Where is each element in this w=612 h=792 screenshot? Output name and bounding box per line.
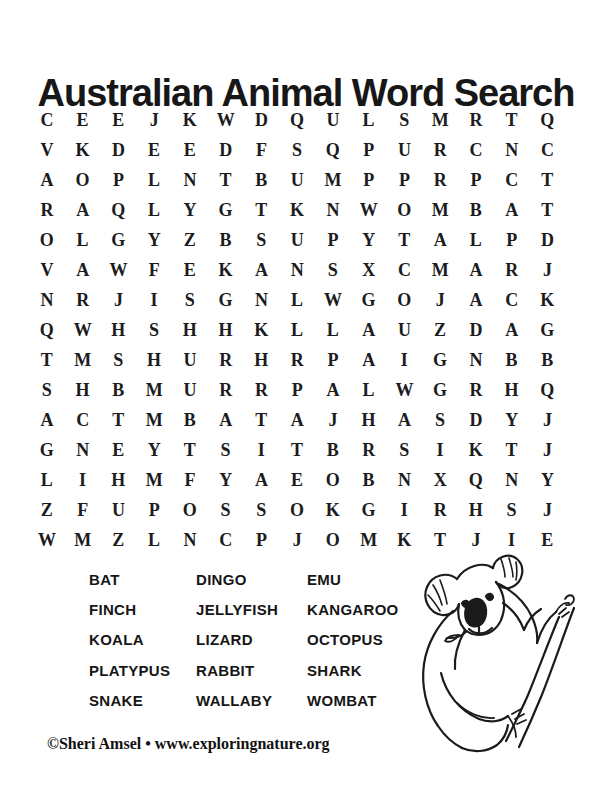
grid-cell-r10c15[interactable]: Q — [530, 375, 566, 405]
grid-cell-r13c14[interactable]: N — [494, 465, 530, 495]
grid-cell-r8c1[interactable]: Q — [29, 315, 65, 345]
grid-cell-r3c7[interactable]: B — [244, 165, 280, 195]
grid-cell-r8c14[interactable]: A — [494, 315, 530, 345]
grid-cell-r13c1[interactable]: L — [29, 465, 65, 495]
grid-cell-r1c6[interactable]: W — [208, 105, 244, 135]
grid-cell-r11c13[interactable]: D — [458, 405, 494, 435]
word-dingo: DINGO — [196, 564, 307, 594]
grid-cell-r14c5[interactable]: O — [172, 495, 208, 525]
grid-cell-r7c4[interactable]: I — [136, 285, 172, 315]
grid-cell-r8c7[interactable]: K — [244, 315, 280, 345]
grid-cell-r3c8[interactable]: U — [279, 165, 315, 195]
grid-cell-r13c9[interactable]: O — [315, 465, 351, 495]
grid-cell-r2c11[interactable]: U — [387, 135, 423, 165]
grid-cell-r10c10[interactable]: L — [351, 375, 387, 405]
grid-cell-r11c7[interactable]: T — [244, 405, 280, 435]
grid-cell-r5c10[interactable]: Y — [351, 225, 387, 255]
grid-cell-r14c4[interactable]: P — [136, 495, 172, 525]
word-finch: FINCH — [89, 594, 196, 624]
grid-cell-r10c12[interactable]: G — [422, 375, 458, 405]
grid-cell-r10c1[interactable]: S — [29, 375, 65, 405]
grid-cell-r11c5[interactable]: B — [172, 405, 208, 435]
grid-cell-r4c2[interactable]: A — [65, 195, 101, 225]
grid-cell-r11c6[interactable]: A — [208, 405, 244, 435]
grid-cell-r7c7[interactable]: N — [244, 285, 280, 315]
grid-cell-r14c15[interactable]: J — [530, 495, 566, 525]
grid-cell-r6c6[interactable]: K — [208, 255, 244, 285]
grid-cell-r1c1[interactable]: C — [29, 105, 65, 135]
grid-cell-r15c1[interactable]: W — [29, 525, 65, 555]
grid-cell-r12c2[interactable]: N — [65, 435, 101, 465]
grid-cell-r10c2[interactable]: H — [65, 375, 101, 405]
grid-cell-r11c4[interactable]: M — [136, 405, 172, 435]
grid-cell-r4c8[interactable]: K — [279, 195, 315, 225]
grid-cell-r11c9[interactable]: J — [315, 405, 351, 435]
grid-cell-r12c11[interactable]: S — [387, 435, 423, 465]
grid-cell-r3c15[interactable]: T — [530, 165, 566, 195]
grid-cell-r15c7[interactable]: P — [244, 525, 280, 555]
grid-cell-r13c11[interactable]: N — [387, 465, 423, 495]
word-jellyfish: JELLYFISH — [196, 594, 307, 624]
branch — [519, 608, 574, 747]
grid-cell-r1c7[interactable]: D — [244, 105, 280, 135]
grid-cell-r4c11[interactable]: O — [387, 195, 423, 225]
grid-cell-r12c1[interactable]: G — [29, 435, 65, 465]
copyright-credit: ©Sheri Amsel • www.exploringnature.org — [47, 735, 330, 753]
grid-cell-r6c7[interactable]: A — [244, 255, 280, 285]
grid-cell-r2c7[interactable]: F — [244, 135, 280, 165]
grid-cell-r2c15[interactable]: C — [530, 135, 566, 165]
grid-cell-r15c3[interactable]: Z — [101, 525, 137, 555]
koala-left-ear-icon — [425, 575, 459, 615]
grid-cell-r5c3[interactable]: G — [101, 225, 137, 255]
grid-cell-r10c6[interactable]: R — [208, 375, 244, 405]
grid-cell-r6c8[interactable]: N — [279, 255, 315, 285]
word-koala: KOALA — [89, 625, 196, 655]
grid-cell-r7c3[interactable]: J — [101, 285, 137, 315]
grid-cell-r10c7[interactable]: R — [244, 375, 280, 405]
grid-cell-r8c10[interactable]: A — [351, 315, 387, 345]
grid-cell-r13c2[interactable]: I — [65, 465, 101, 495]
grid-cell-r4c3[interactable]: Q — [101, 195, 137, 225]
grid-cell-r1c5[interactable]: K — [172, 105, 208, 135]
grid-cell-r14c6[interactable]: S — [208, 495, 244, 525]
grid-cell-r7c2[interactable]: R — [65, 285, 101, 315]
grid-cell-r8c6[interactable]: H — [208, 315, 244, 345]
grid-cell-r11c14[interactable]: Y — [494, 405, 530, 435]
grid-cell-r14c13[interactable]: H — [458, 495, 494, 525]
grid-cell-r2c9[interactable]: Q — [315, 135, 351, 165]
grid-cell-r3c4[interactable]: L — [136, 165, 172, 195]
grid-cell-r9c11[interactable]: I — [387, 345, 423, 375]
grid-cell-r10c3[interactable]: B — [101, 375, 137, 405]
grid-cell-r11c12[interactable]: S — [422, 405, 458, 435]
grid-cell-r7c15[interactable]: K — [530, 285, 566, 315]
grid-cell-r3c3[interactable]: P — [101, 165, 137, 195]
grid-cell-r11c1[interactable]: A — [29, 405, 65, 435]
koala-head — [457, 565, 493, 579]
grid-cell-r15c8[interactable]: J — [279, 525, 315, 555]
grid-cell-r13c3[interactable]: H — [101, 465, 137, 495]
grid-cell-r7c14[interactable]: C — [494, 285, 530, 315]
grid-cell-r12c7[interactable]: I — [244, 435, 280, 465]
grid-cell-r1c12[interactable]: M — [422, 105, 458, 135]
grid-cell-r5c1[interactable]: O — [29, 225, 65, 255]
grid-cell-r12c10[interactable]: R — [351, 435, 387, 465]
grid-cell-r6c13[interactable]: A — [458, 255, 494, 285]
grid-cell-r11c2[interactable]: C — [65, 405, 101, 435]
grid-cell-r9c7[interactable]: H — [244, 345, 280, 375]
grid-cell-r10c14[interactable]: H — [494, 375, 530, 405]
grid-cell-r4c4[interactable]: L — [136, 195, 172, 225]
grid-cell-r13c10[interactable]: B — [351, 465, 387, 495]
grid-cell-r5c11[interactable]: T — [387, 225, 423, 255]
grid-cell-r4c6[interactable]: G — [208, 195, 244, 225]
grid-cell-r14c7[interactable]: S — [244, 495, 280, 525]
grid-cell-r7c1[interactable]: N — [29, 285, 65, 315]
grid-cell-r12c6[interactable]: S — [208, 435, 244, 465]
grid-cell-r9c2[interactable]: M — [65, 345, 101, 375]
grid-cell-r3c6[interactable]: T — [208, 165, 244, 195]
grid-cell-r15c10[interactable]: M — [351, 525, 387, 555]
grid-cell-r2c12[interactable]: R — [422, 135, 458, 165]
grid-cell-r8c5[interactable]: H — [172, 315, 208, 345]
grid-cell-r9c10[interactable]: A — [351, 345, 387, 375]
word-list: BATDINGOEMUFINCHJELLYFISHKANGAROOKOALALI… — [89, 564, 437, 715]
grid-cell-r9c6[interactable]: R — [208, 345, 244, 375]
grid-cell-r10c8[interactable]: P — [279, 375, 315, 405]
grid-cell-r4c1[interactable]: R — [29, 195, 65, 225]
grid-cell-r11c8[interactable]: A — [279, 405, 315, 435]
grid-cell-r4c12[interactable]: M — [422, 195, 458, 225]
branch — [506, 617, 559, 741]
grid-cell-r5c8[interactable]: U — [279, 225, 315, 255]
grid-cell-r7c11[interactable]: O — [387, 285, 423, 315]
grid-cell-r8c4[interactable]: S — [136, 315, 172, 345]
grid-cell-r11c10[interactable]: H — [351, 405, 387, 435]
grid-cell-r4c5[interactable]: Y — [172, 195, 208, 225]
word-bat: BAT — [89, 564, 196, 594]
grid-cell-r13c5[interactable]: F — [172, 465, 208, 495]
grid-cell-r1c14[interactable]: T — [494, 105, 530, 135]
word-rabbit: RABBIT — [196, 655, 307, 685]
grid-cell-r5c13[interactable]: L — [458, 225, 494, 255]
grid-cell-r7c12[interactable]: J — [422, 285, 458, 315]
grid-cell-r9c15[interactable]: B — [530, 345, 566, 375]
grid-cell-r1c15[interactable]: Q — [530, 105, 566, 135]
grid-cell-r12c3[interactable]: E — [101, 435, 137, 465]
grid-cell-r8c15[interactable]: G — [530, 315, 566, 345]
grid-cell-r6c2[interactable]: A — [65, 255, 101, 285]
grid-cell-r7c9[interactable]: W — [315, 285, 351, 315]
grid-cell-r15c2[interactable]: M — [65, 525, 101, 555]
grid-cell-r11c11[interactable]: A — [387, 405, 423, 435]
grid-cell-r8c9[interactable]: L — [315, 315, 351, 345]
grid-cell-r2c4[interactable]: E — [136, 135, 172, 165]
grid-cell-r7c5[interactable]: S — [172, 285, 208, 315]
grid-cell-r3c14[interactable]: C — [494, 165, 530, 195]
grid-cell-r6c11[interactable]: C — [387, 255, 423, 285]
grid-cell-r12c13[interactable]: K — [458, 435, 494, 465]
grid-cell-r9c8[interactable]: R — [279, 345, 315, 375]
grid-cell-r8c3[interactable]: H — [101, 315, 137, 345]
grid-cell-r1c11[interactable]: S — [387, 105, 423, 135]
grid-cell-r15c6[interactable]: C — [208, 525, 244, 555]
grid-cell-r6c15[interactable]: J — [530, 255, 566, 285]
grid-cell-r15c9[interactable]: O — [315, 525, 351, 555]
grid-cell-r9c3[interactable]: S — [101, 345, 137, 375]
grid-cell-r1c9[interactable]: U — [315, 105, 351, 135]
grid-cell-r14c2[interactable]: F — [65, 495, 101, 525]
grid-cell-r9c1[interactable]: T — [29, 345, 65, 375]
grid-cell-r6c14[interactable]: R — [494, 255, 530, 285]
grid-cell-r5c14[interactable]: P — [494, 225, 530, 255]
grid-cell-r1c2[interactable]: E — [65, 105, 101, 135]
grid-cell-r4c7[interactable]: T — [244, 195, 280, 225]
grid-cell-r3c5[interactable]: N — [172, 165, 208, 195]
grid-cell-r5c6[interactable]: B — [208, 225, 244, 255]
grid-cell-r4c10[interactable]: W — [351, 195, 387, 225]
word-wallaby: WALLABY — [196, 685, 307, 715]
grid-cell-r8c8[interactable]: L — [279, 315, 315, 345]
grid-cell-r12c5[interactable]: T — [172, 435, 208, 465]
grid-cell-r13c13[interactable]: Q — [458, 465, 494, 495]
koala-illustration — [413, 551, 612, 763]
grid-cell-r2c2[interactable]: K — [65, 135, 101, 165]
word-snake: SNAKE — [89, 685, 196, 715]
grid-cell-r15c4[interactable]: L — [136, 525, 172, 555]
grid-cell-r14c10[interactable]: G — [351, 495, 387, 525]
grid-cell-r2c3[interactable]: D — [101, 135, 137, 165]
worksheet-page: Australian Animal Word Search CEEJKWDQUL… — [0, 0, 612, 792]
grid-cell-r14c14[interactable]: S — [494, 495, 530, 525]
grid-cell-r5c15[interactable]: D — [530, 225, 566, 255]
grid-cell-r7c13[interactable]: A — [458, 285, 494, 315]
grid-cell-r9c4[interactable]: H — [136, 345, 172, 375]
grid-cell-r6c4[interactable]: F — [136, 255, 172, 285]
grid-cell-r10c11[interactable]: W — [387, 375, 423, 405]
grid-cell-r12c14[interactable]: T — [494, 435, 530, 465]
grid-cell-r15c5[interactable]: N — [172, 525, 208, 555]
grid-cell-r6c12[interactable]: M — [422, 255, 458, 285]
grid-cell-r13c4[interactable]: M — [136, 465, 172, 495]
grid-cell-r3c10[interactable]: P — [351, 165, 387, 195]
grid-cell-r3c11[interactable]: P — [387, 165, 423, 195]
grid-cell-r12c15[interactable]: J — [530, 435, 566, 465]
grid-cell-r2c6[interactable]: D — [208, 135, 244, 165]
grid-cell-r5c9[interactable]: P — [315, 225, 351, 255]
grid-cell-r13c7[interactable]: A — [244, 465, 280, 495]
grid-cell-r9c13[interactable]: N — [458, 345, 494, 375]
grid-cell-r2c1[interactable]: V — [29, 135, 65, 165]
grid-cell-r2c5[interactable]: E — [172, 135, 208, 165]
grid-cell-r14c12[interactable]: R — [422, 495, 458, 525]
grid-cell-r13c8[interactable]: E — [279, 465, 315, 495]
grid-cell-r5c2[interactable]: L — [65, 225, 101, 255]
grid-cell-r1c4[interactable]: J — [136, 105, 172, 135]
grid-cell-r5c7[interactable]: S — [244, 225, 280, 255]
grid-cell-r12c8[interactable]: T — [279, 435, 315, 465]
grid-cell-r13c15[interactable]: Y — [530, 465, 566, 495]
grid-cell-r4c14[interactable]: A — [494, 195, 530, 225]
grid-cell-r1c3[interactable]: E — [101, 105, 137, 135]
grid-cell-r7c6[interactable]: G — [208, 285, 244, 315]
grid-cell-r7c10[interactable]: G — [351, 285, 387, 315]
grid-cell-r2c10[interactable]: P — [351, 135, 387, 165]
grid-cell-r12c4[interactable]: Y — [136, 435, 172, 465]
grid-cell-r12c12[interactable]: I — [422, 435, 458, 465]
grid-cell-r3c12[interactable]: R — [422, 165, 458, 195]
grid-cell-r11c3[interactable]: T — [101, 405, 137, 435]
koala-arm — [499, 584, 537, 643]
grid-cell-r14c3[interactable]: U — [101, 495, 137, 525]
grid-cell-r2c8[interactable]: S — [279, 135, 315, 165]
word-platypus: PLATYPUS — [89, 655, 196, 685]
grid-cell-r6c9[interactable]: S — [315, 255, 351, 285]
grid-cell-r3c2[interactable]: O — [65, 165, 101, 195]
grid-cell-r13c6[interactable]: Y — [208, 465, 244, 495]
grid-cell-r12c9[interactable]: B — [315, 435, 351, 465]
grid-cell-r6c10[interactable]: X — [351, 255, 387, 285]
grid-cell-r6c3[interactable]: W — [101, 255, 137, 285]
koala-eye — [486, 594, 493, 600]
grid-cell-r4c13[interactable]: B — [458, 195, 494, 225]
grid-cell-r8c13[interactable]: D — [458, 315, 494, 345]
word-lizard: LIZARD — [196, 625, 307, 655]
grid-cell-r4c9[interactable]: N — [315, 195, 351, 225]
grid-cell-r14c8[interactable]: O — [279, 495, 315, 525]
grid-cell-r10c5[interactable]: U — [172, 375, 208, 405]
grid-cell-r3c1[interactable]: A — [29, 165, 65, 195]
grid-cell-r8c11[interactable]: U — [387, 315, 423, 345]
grid-cell-r8c12[interactable]: Z — [422, 315, 458, 345]
grid-cell-r14c9[interactable]: K — [315, 495, 351, 525]
koala-nose — [465, 599, 486, 627]
grid-cell-r2c14[interactable]: N — [494, 135, 530, 165]
grid-cell-r13c12[interactable]: X — [422, 465, 458, 495]
grid-cell-r2c13[interactable]: C — [458, 135, 494, 165]
grid-cell-r10c9[interactable]: A — [315, 375, 351, 405]
grid-cell-r9c9[interactable]: P — [315, 345, 351, 375]
grid-cell-r5c5[interactable]: Z — [172, 225, 208, 255]
grid-cell-r10c13[interactable]: R — [458, 375, 494, 405]
grid-cell-r6c5[interactable]: E — [172, 255, 208, 285]
grid-cell-r9c5[interactable]: U — [172, 345, 208, 375]
grid-cell-r9c12[interactable]: G — [422, 345, 458, 375]
grid-cell-r1c10[interactable]: L — [351, 105, 387, 135]
letter-grid: CEEJKWDQULSMRTQVKDEEDFSQPURCNCAOPLNTBUMP… — [29, 105, 565, 555]
grid-cell-r6c1[interactable]: V — [29, 255, 65, 285]
grid-cell-r14c1[interactable]: Z — [29, 495, 65, 525]
grid-cell-r14c11[interactable]: I — [387, 495, 423, 525]
grid-cell-r8c2[interactable]: W — [65, 315, 101, 345]
grid-cell-r10c4[interactable]: M — [136, 375, 172, 405]
grid-cell-r5c4[interactable]: Y — [136, 225, 172, 255]
grid-cell-r9c14[interactable]: B — [494, 345, 530, 375]
grid-cell-r1c8[interactable]: Q — [279, 105, 315, 135]
grid-cell-r4c15[interactable]: T — [530, 195, 566, 225]
grid-cell-r3c9[interactable]: M — [315, 165, 351, 195]
grid-cell-r1c13[interactable]: R — [458, 105, 494, 135]
grid-cell-r7c8[interactable]: L — [279, 285, 315, 315]
grid-cell-r11c15[interactable]: J — [530, 405, 566, 435]
grid-cell-r3c13[interactable]: P — [458, 165, 494, 195]
grid-cell-r5c12[interactable]: A — [422, 225, 458, 255]
